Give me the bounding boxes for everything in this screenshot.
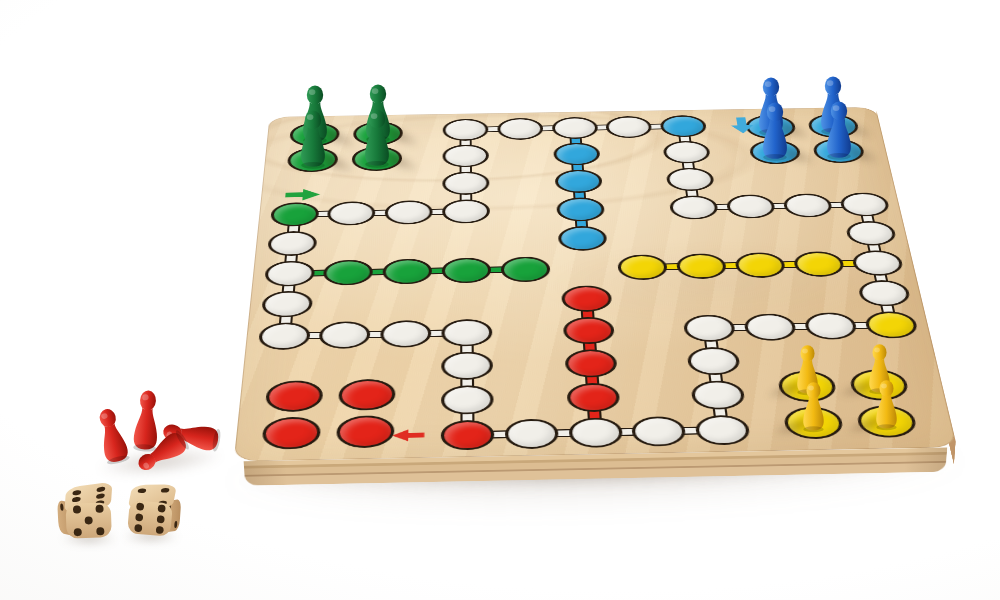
red-home-link bbox=[584, 363, 600, 397]
track-cell[interactable] bbox=[686, 347, 741, 376]
track-cell[interactable] bbox=[266, 231, 317, 256]
home-cell-yellow[interactable] bbox=[676, 253, 728, 279]
blue-pawn-shape bbox=[757, 101, 793, 164]
track-cell[interactable] bbox=[690, 380, 746, 410]
home-cell-yellow[interactable] bbox=[792, 251, 846, 277]
track-cell[interactable] bbox=[782, 193, 834, 217]
green-direction-arrow-icon bbox=[282, 187, 324, 202]
track-link bbox=[280, 273, 296, 304]
blue-pawn-shape bbox=[821, 100, 857, 163]
track-cell[interactable] bbox=[568, 417, 623, 448]
track-cell[interactable] bbox=[844, 221, 897, 246]
track-cell[interactable] bbox=[856, 280, 911, 307]
home-cell-blue[interactable] bbox=[554, 169, 602, 193]
track-cell[interactable] bbox=[605, 116, 652, 138]
track-cell[interactable] bbox=[442, 144, 488, 167]
track-link bbox=[709, 324, 771, 332]
track-link bbox=[531, 428, 595, 437]
home-cell-green[interactable] bbox=[382, 258, 432, 284]
start-cell-red[interactable] bbox=[441, 419, 495, 450]
green-pawn-shape bbox=[295, 109, 331, 172]
track-cell[interactable] bbox=[257, 322, 310, 350]
green-pawn[interactable] bbox=[295, 109, 331, 172]
blue-pawn[interactable] bbox=[757, 101, 793, 164]
yard-cell-red[interactable] bbox=[261, 416, 321, 449]
scene bbox=[0, 0, 1000, 600]
track-cell[interactable] bbox=[441, 319, 492, 347]
die-shape bbox=[54, 475, 123, 544]
green-pawn[interactable] bbox=[359, 108, 395, 171]
track-link bbox=[467, 430, 531, 439]
start-cell-yellow[interactable] bbox=[863, 311, 919, 339]
start-cell-green[interactable] bbox=[269, 202, 319, 227]
home-cell-green[interactable] bbox=[500, 256, 550, 282]
track-link bbox=[769, 322, 831, 330]
home-cell-blue[interactable] bbox=[553, 143, 601, 166]
yard-cell-red[interactable] bbox=[265, 380, 324, 412]
track-link bbox=[703, 328, 721, 361]
red-home-link bbox=[586, 397, 602, 432]
track-link bbox=[460, 365, 474, 399]
green-home-link bbox=[348, 268, 407, 276]
track-cell[interactable] bbox=[694, 415, 751, 446]
blue-pawn[interactable] bbox=[821, 100, 857, 163]
red-direction-arrow-icon bbox=[390, 427, 428, 443]
home-cell-yellow[interactable] bbox=[734, 252, 787, 278]
track-cell[interactable] bbox=[497, 117, 543, 139]
track-cell[interactable] bbox=[263, 260, 314, 286]
track-link bbox=[345, 330, 406, 338]
track-cell[interactable] bbox=[380, 320, 431, 348]
track-cell[interactable] bbox=[662, 141, 711, 164]
track-cell[interactable] bbox=[327, 201, 376, 226]
home-cell-green[interactable] bbox=[442, 257, 491, 283]
home-cell-yellow[interactable] bbox=[617, 254, 668, 280]
yard-cell-red[interactable] bbox=[336, 415, 395, 448]
track-cell[interactable] bbox=[669, 195, 719, 219]
track-cell[interactable] bbox=[838, 192, 890, 216]
home-cell-red[interactable] bbox=[564, 349, 617, 378]
track-link bbox=[406, 329, 467, 337]
track-cell[interactable] bbox=[850, 250, 904, 276]
home-cell-green[interactable] bbox=[323, 259, 374, 285]
track-cell[interactable] bbox=[441, 351, 493, 380]
track-link bbox=[707, 361, 725, 395]
track-link bbox=[460, 399, 474, 434]
home-cell-red[interactable] bbox=[562, 317, 614, 345]
die-1[interactable] bbox=[54, 475, 123, 544]
track-link bbox=[658, 426, 723, 435]
home-cell-red[interactable] bbox=[560, 285, 612, 312]
track-cell[interactable] bbox=[385, 200, 433, 225]
track-link bbox=[595, 427, 659, 436]
red-home-link bbox=[582, 330, 598, 363]
home-cell-red[interactable] bbox=[566, 382, 620, 412]
yellow-pawn-shape bbox=[871, 379, 902, 433]
yard-cell-red[interactable] bbox=[338, 379, 396, 411]
track-cell[interactable] bbox=[319, 321, 371, 349]
track-cell[interactable] bbox=[631, 416, 687, 447]
track-cell[interactable] bbox=[551, 117, 598, 139]
yellow-pawn[interactable] bbox=[798, 381, 829, 435]
yellow-pawn-shape bbox=[798, 381, 829, 435]
track-cell[interactable] bbox=[441, 385, 494, 415]
track-link bbox=[877, 293, 897, 325]
track-cell[interactable] bbox=[743, 313, 798, 341]
track-cell[interactable] bbox=[504, 418, 558, 449]
home-cell-blue[interactable] bbox=[556, 197, 605, 222]
track-cell[interactable] bbox=[666, 168, 716, 192]
track-cell[interactable] bbox=[683, 314, 737, 342]
track-cell[interactable] bbox=[442, 171, 489, 195]
track-link bbox=[284, 331, 345, 339]
track-cell[interactable] bbox=[442, 199, 490, 224]
die-shape bbox=[117, 474, 184, 541]
track-link bbox=[277, 304, 293, 336]
die-2[interactable] bbox=[117, 474, 184, 541]
start-cell-blue[interactable] bbox=[659, 115, 707, 137]
green-pawn-shape bbox=[359, 108, 395, 171]
track-link bbox=[460, 333, 474, 366]
home-cell-blue[interactable] bbox=[557, 226, 607, 251]
track-cell[interactable] bbox=[725, 194, 776, 218]
track-cell[interactable] bbox=[443, 118, 489, 140]
track-cell[interactable] bbox=[260, 291, 312, 318]
track-link bbox=[830, 321, 892, 329]
yellow-pawn[interactable] bbox=[871, 379, 902, 433]
red-home-link bbox=[579, 299, 594, 331]
track-cell[interactable] bbox=[803, 312, 858, 340]
green-home-link bbox=[289, 269, 349, 277]
track-link bbox=[711, 395, 729, 430]
